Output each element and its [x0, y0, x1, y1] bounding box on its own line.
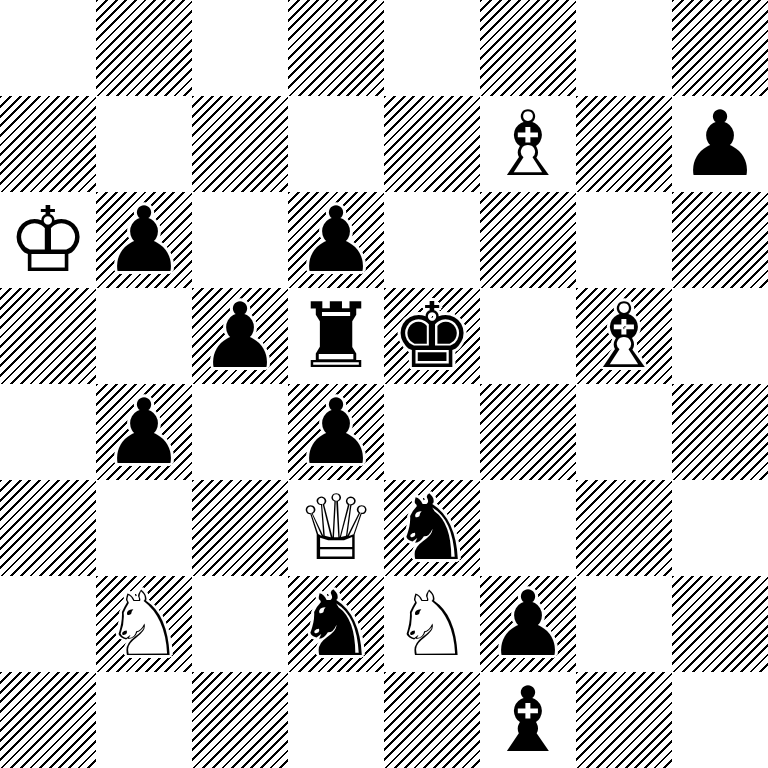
- piece-white-knight[interactable]: ♞♘: [384, 576, 480, 672]
- square-h5[interactable]: [672, 288, 768, 384]
- square-b4[interactable]: ♟♟: [96, 384, 192, 480]
- square-a7[interactable]: [0, 96, 96, 192]
- square-a5[interactable]: [0, 288, 96, 384]
- square-h8[interactable]: [672, 0, 768, 96]
- square-g8[interactable]: [576, 0, 672, 96]
- piece-white-knight[interactable]: ♞♘: [96, 576, 192, 672]
- piece-black-pawn[interactable]: ♟♟: [480, 576, 576, 672]
- square-e8[interactable]: [384, 0, 480, 96]
- square-c1[interactable]: [192, 672, 288, 768]
- square-a4[interactable]: [0, 384, 96, 480]
- square-b5[interactable]: [96, 288, 192, 384]
- piece-black-knight[interactable]: ♞♞: [384, 480, 480, 576]
- black-pawn-icon: ♟: [480, 576, 576, 672]
- black-pawn-icon: ♟: [672, 96, 768, 192]
- white-queen-icon: ♕: [288, 480, 384, 576]
- chess-board: ♝♗♟♟♚♔♟♟♟♟♟♟♜♜♚♚♝♗♟♟♟♟♛♕♞♞♞♘♞♞♞♘♟♟♝♝: [0, 0, 768, 768]
- black-knight-icon: ♞: [384, 480, 480, 576]
- square-c4[interactable]: [192, 384, 288, 480]
- square-d4[interactable]: ♟♟: [288, 384, 384, 480]
- square-g5[interactable]: ♝♗: [576, 288, 672, 384]
- square-d6[interactable]: ♟♟: [288, 192, 384, 288]
- piece-black-rook[interactable]: ♜♜: [288, 288, 384, 384]
- piece-black-bishop[interactable]: ♝♝: [480, 672, 576, 768]
- square-f7[interactable]: ♝♗: [480, 96, 576, 192]
- square-c8[interactable]: [192, 0, 288, 96]
- square-g3[interactable]: [576, 480, 672, 576]
- square-f3[interactable]: [480, 480, 576, 576]
- square-f8[interactable]: [480, 0, 576, 96]
- black-rook-icon: ♜: [288, 288, 384, 384]
- square-e1[interactable]: [384, 672, 480, 768]
- piece-white-bishop[interactable]: ♝♗: [576, 288, 672, 384]
- square-b7[interactable]: [96, 96, 192, 192]
- piece-black-pawn[interactable]: ♟♟: [672, 96, 768, 192]
- square-c2[interactable]: [192, 576, 288, 672]
- square-f1[interactable]: ♝♝: [480, 672, 576, 768]
- square-g2[interactable]: [576, 576, 672, 672]
- square-f4[interactable]: [480, 384, 576, 480]
- square-c6[interactable]: [192, 192, 288, 288]
- square-b3[interactable]: [96, 480, 192, 576]
- square-c3[interactable]: [192, 480, 288, 576]
- square-a3[interactable]: [0, 480, 96, 576]
- black-bishop-icon: ♝: [480, 672, 576, 768]
- square-h6[interactable]: [672, 192, 768, 288]
- square-f2[interactable]: ♟♟: [480, 576, 576, 672]
- piece-black-pawn[interactable]: ♟♟: [96, 384, 192, 480]
- square-a1[interactable]: [0, 672, 96, 768]
- square-f6[interactable]: [480, 192, 576, 288]
- square-a8[interactable]: [0, 0, 96, 96]
- square-b6[interactable]: ♟♟: [96, 192, 192, 288]
- black-pawn-icon: ♟: [288, 192, 384, 288]
- square-h2[interactable]: [672, 576, 768, 672]
- square-e3[interactable]: ♞♞: [384, 480, 480, 576]
- piece-black-pawn[interactable]: ♟♟: [192, 288, 288, 384]
- square-h4[interactable]: [672, 384, 768, 480]
- square-h1[interactable]: [672, 672, 768, 768]
- black-pawn-icon: ♟: [192, 288, 288, 384]
- square-a6[interactable]: ♚♔: [0, 192, 96, 288]
- black-pawn-icon: ♟: [96, 192, 192, 288]
- square-e5[interactable]: ♚♚: [384, 288, 480, 384]
- square-b8[interactable]: [96, 0, 192, 96]
- piece-black-pawn[interactable]: ♟♟: [288, 384, 384, 480]
- square-g7[interactable]: [576, 96, 672, 192]
- piece-black-knight[interactable]: ♞♞: [288, 576, 384, 672]
- square-e2[interactable]: ♞♘: [384, 576, 480, 672]
- square-h7[interactable]: ♟♟: [672, 96, 768, 192]
- square-g6[interactable]: [576, 192, 672, 288]
- square-b1[interactable]: [96, 672, 192, 768]
- square-d7[interactable]: [288, 96, 384, 192]
- square-d5[interactable]: ♜♜: [288, 288, 384, 384]
- square-a2[interactable]: [0, 576, 96, 672]
- square-b2[interactable]: ♞♘: [96, 576, 192, 672]
- square-h3[interactable]: [672, 480, 768, 576]
- white-bishop-icon: ♗: [480, 96, 576, 192]
- piece-white-queen[interactable]: ♛♕: [288, 480, 384, 576]
- black-knight-icon: ♞: [288, 576, 384, 672]
- square-e4[interactable]: [384, 384, 480, 480]
- white-bishop-icon: ♗: [576, 288, 672, 384]
- square-e7[interactable]: [384, 96, 480, 192]
- square-c5[interactable]: ♟♟: [192, 288, 288, 384]
- square-d3[interactable]: ♛♕: [288, 480, 384, 576]
- piece-black-pawn[interactable]: ♟♟: [288, 192, 384, 288]
- white-knight-icon: ♘: [96, 576, 192, 672]
- black-king-icon: ♚: [384, 288, 480, 384]
- piece-black-king[interactable]: ♚♚: [384, 288, 480, 384]
- square-g4[interactable]: [576, 384, 672, 480]
- white-king-icon: ♔: [0, 192, 96, 288]
- black-pawn-icon: ♟: [96, 384, 192, 480]
- piece-black-pawn[interactable]: ♟♟: [96, 192, 192, 288]
- square-e6[interactable]: [384, 192, 480, 288]
- white-knight-icon: ♘: [384, 576, 480, 672]
- square-d1[interactable]: [288, 672, 384, 768]
- black-pawn-icon: ♟: [288, 384, 384, 480]
- piece-white-bishop[interactable]: ♝♗: [480, 96, 576, 192]
- square-g1[interactable]: [576, 672, 672, 768]
- square-d2[interactable]: ♞♞: [288, 576, 384, 672]
- square-f5[interactable]: [480, 288, 576, 384]
- square-c7[interactable]: [192, 96, 288, 192]
- piece-white-king[interactable]: ♚♔: [0, 192, 96, 288]
- square-d8[interactable]: [288, 0, 384, 96]
